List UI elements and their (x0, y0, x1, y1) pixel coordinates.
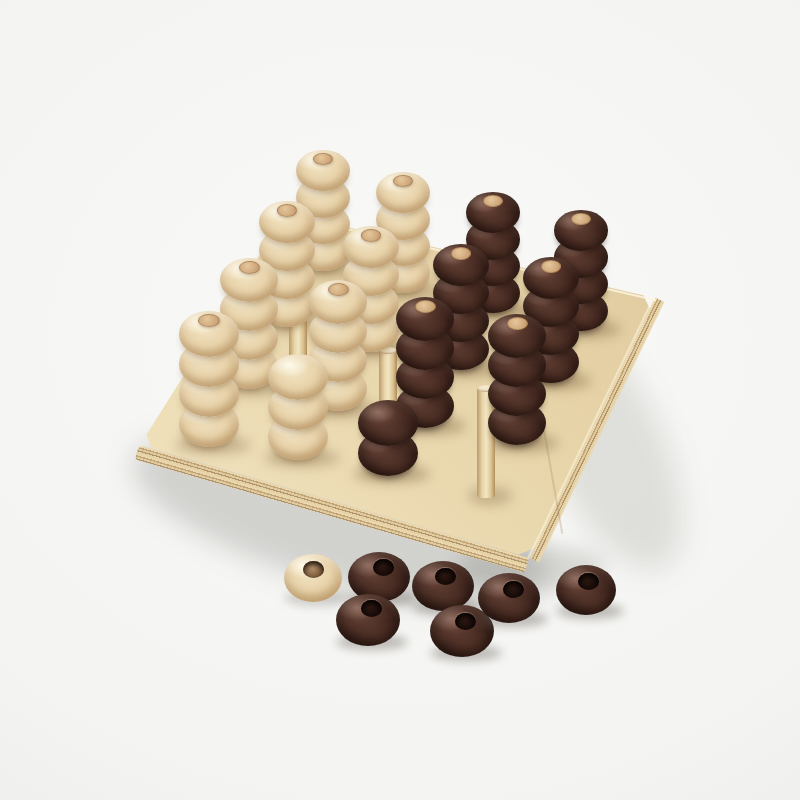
peg-cap (393, 175, 412, 187)
light-bead-B1-4[interactable] (259, 201, 315, 243)
bead-hole (455, 613, 476, 630)
stack-D1[interactable] (179, 311, 239, 447)
loose-dark-bead-3[interactable] (336, 594, 400, 646)
peg-cap (483, 195, 502, 207)
dark-bead-D3-2[interactable] (358, 400, 418, 446)
peg-cap (415, 300, 436, 313)
bead-hole (361, 600, 382, 617)
dark-bead-C4-4[interactable] (488, 314, 546, 358)
bead-hole (373, 559, 394, 576)
light-bead-B2-4[interactable] (343, 226, 399, 268)
light-bead-A1-4[interactable] (296, 150, 349, 190)
peg-cap (313, 153, 332, 165)
peg-cap (198, 314, 220, 328)
light-bead-C2-4[interactable] (309, 280, 367, 324)
dark-bead-C3-4[interactable] (396, 297, 454, 341)
peg-cap (451, 247, 471, 259)
peg-cap (571, 213, 590, 225)
bead-hole (435, 568, 456, 585)
product-photo-scene (0, 0, 800, 800)
peg-cap (239, 261, 260, 274)
peg-cap (328, 283, 349, 296)
dark-bead-A3-4[interactable] (466, 192, 519, 232)
dark-bead-A4-4[interactable] (554, 210, 607, 250)
loose-dark-bead-7[interactable] (556, 565, 616, 615)
light-bead-D2-3[interactable] (268, 354, 328, 400)
bead-hole (503, 581, 524, 598)
light-bead-A2-4[interactable] (376, 172, 429, 212)
loose-light-bead-1[interactable] (284, 554, 342, 602)
light-bead-D1-4[interactable] (179, 311, 239, 357)
dark-bead-B3-4[interactable] (433, 244, 489, 286)
stack-C4[interactable] (488, 314, 546, 445)
loose-dark-bead-6[interactable] (478, 573, 540, 623)
peg-cap (277, 204, 297, 216)
peg-cap (361, 229, 381, 241)
loose-dark-bead-4[interactable] (412, 561, 474, 611)
bead-hole (578, 573, 599, 590)
peg-cap (507, 317, 528, 330)
bead-hole (303, 561, 324, 578)
light-bead-C1-4[interactable] (220, 258, 278, 302)
dark-bead-B4-4[interactable] (523, 257, 579, 299)
peg-cap (541, 260, 561, 272)
